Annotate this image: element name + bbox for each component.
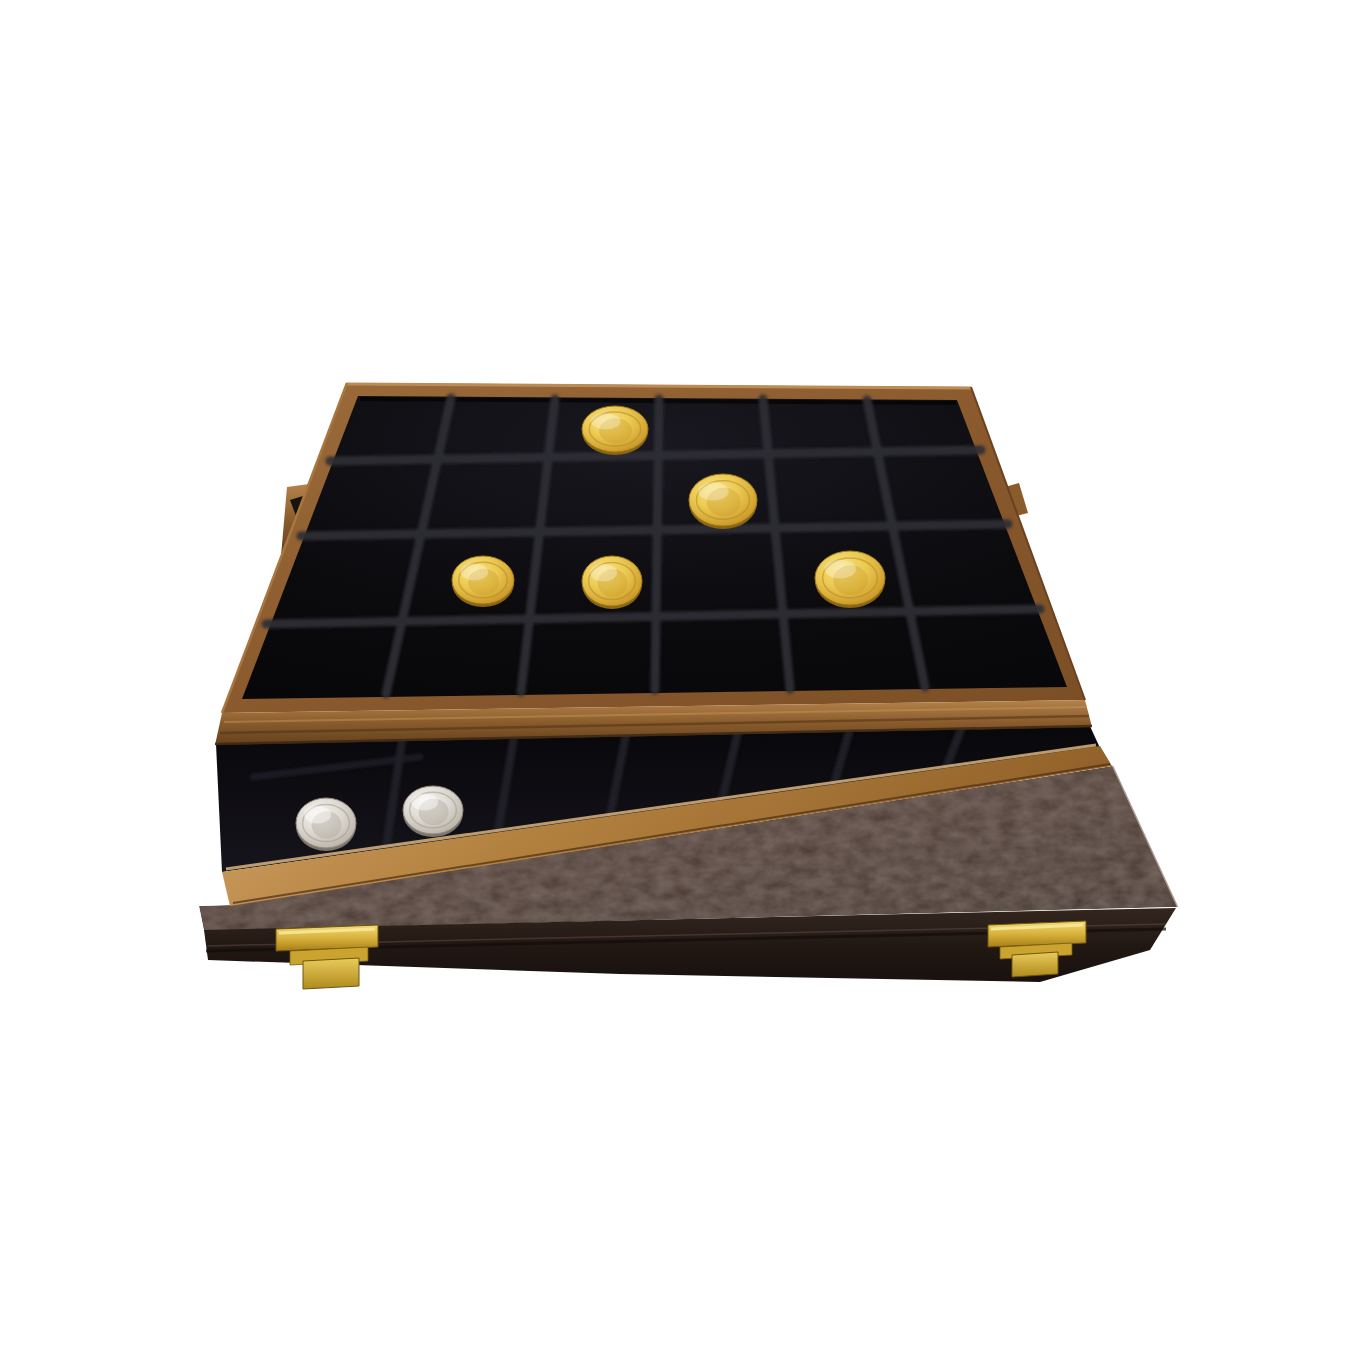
product-photo-scene <box>0 0 1350 1350</box>
gold-coin-top-tray-r3c3 <box>582 556 642 609</box>
gold-coin-top-tray-r1c3 <box>582 406 648 455</box>
gold-coin-shape <box>590 564 617 582</box>
silver-coin-middle-tray-r1c2 <box>403 786 463 837</box>
gold-coin-shape <box>460 564 488 581</box>
silver-coin-shape <box>304 806 331 824</box>
top-tray-col-divider <box>655 399 659 690</box>
left-clasp <box>276 925 378 989</box>
coin-case-illustration <box>0 0 1350 1350</box>
right-clasp-hook <box>1012 952 1058 977</box>
gold-coin-top-tray-r2c4 <box>689 474 757 529</box>
gold-coin-top-tray-r3c5 <box>815 551 885 608</box>
gold-coin-top-tray-r3c2 <box>452 556 514 607</box>
silver-coin-shape <box>411 794 438 811</box>
left-clasp-hook <box>303 958 359 989</box>
top-tray <box>215 383 1092 745</box>
gold-coin-shape <box>591 413 621 429</box>
silver-coin-middle-tray-r1c1 <box>296 798 356 851</box>
gold-coin-shape <box>824 560 856 579</box>
gold-coin-shape <box>698 482 729 500</box>
